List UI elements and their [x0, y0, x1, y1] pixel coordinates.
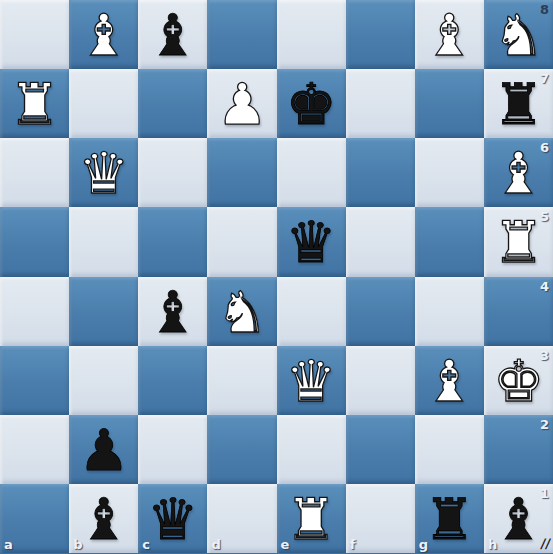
square-d8[interactable]	[207, 0, 276, 69]
piece-white-rook[interactable]: ♜	[9, 76, 60, 133]
board-grid: ♝♝♝♞8♜♟♚♜7♛♝6♛♜5♝♞4♛♝♚3♟2a♝b♛cd♜ef♜g♝1h/…	[0, 0, 553, 553]
square-e5[interactable]: ♛	[277, 207, 346, 276]
piece-black-queen[interactable]: ♛	[286, 214, 337, 271]
square-f2[interactable]	[346, 415, 415, 484]
rank-label-2: 2	[540, 417, 549, 432]
square-h7[interactable]: ♜7	[484, 69, 553, 138]
square-f5[interactable]	[346, 207, 415, 276]
square-b8[interactable]: ♝	[69, 0, 138, 69]
square-g1[interactable]: ♜g	[415, 484, 484, 553]
file-label-d: d	[211, 537, 220, 552]
square-g3[interactable]: ♝	[415, 346, 484, 415]
piece-black-queen[interactable]: ♛	[147, 491, 198, 548]
square-e6[interactable]	[277, 138, 346, 207]
square-c1[interactable]: ♛c	[138, 484, 207, 553]
square-b6[interactable]: ♛	[69, 138, 138, 207]
square-h5[interactable]: ♜5	[484, 207, 553, 276]
square-g4[interactable]	[415, 277, 484, 346]
piece-white-knight[interactable]: ♞	[216, 284, 267, 341]
square-f3[interactable]	[346, 346, 415, 415]
square-d3[interactable]	[207, 346, 276, 415]
square-b7[interactable]	[69, 69, 138, 138]
rank-label-4: 4	[540, 279, 549, 294]
square-d5[interactable]	[207, 207, 276, 276]
square-d7[interactable]: ♟	[207, 69, 276, 138]
square-f1[interactable]: f	[346, 484, 415, 553]
square-e3[interactable]: ♛	[277, 346, 346, 415]
piece-white-queen[interactable]: ♛	[78, 145, 129, 202]
piece-black-bishop[interactable]: ♝	[493, 491, 544, 548]
piece-black-bishop[interactable]: ♝	[78, 491, 129, 548]
square-g7[interactable]	[415, 69, 484, 138]
square-c6[interactable]	[138, 138, 207, 207]
square-b1[interactable]: ♝b	[69, 484, 138, 553]
piece-white-pawn[interactable]: ♟	[216, 76, 267, 133]
square-b5[interactable]	[69, 207, 138, 276]
square-b2[interactable]: ♟	[69, 415, 138, 484]
square-h1[interactable]: ♝1h//	[484, 484, 553, 553]
square-e2[interactable]	[277, 415, 346, 484]
square-a8[interactable]	[0, 0, 69, 69]
square-c8[interactable]: ♝	[138, 0, 207, 69]
file-label-a: a	[4, 537, 13, 552]
square-c7[interactable]	[138, 69, 207, 138]
square-d6[interactable]	[207, 138, 276, 207]
square-g6[interactable]	[415, 138, 484, 207]
square-c2[interactable]	[138, 415, 207, 484]
square-h4[interactable]: 4	[484, 277, 553, 346]
square-a1[interactable]: a	[0, 484, 69, 553]
square-g8[interactable]: ♝	[415, 0, 484, 69]
square-e8[interactable]	[277, 0, 346, 69]
piece-white-queen[interactable]: ♛	[286, 353, 337, 410]
square-b4[interactable]	[69, 277, 138, 346]
square-d1[interactable]: d	[207, 484, 276, 553]
square-c3[interactable]	[138, 346, 207, 415]
square-a5[interactable]	[0, 207, 69, 276]
piece-black-pawn[interactable]: ♟	[78, 422, 129, 479]
piece-black-king[interactable]: ♚	[286, 76, 337, 133]
square-h6[interactable]: ♝6	[484, 138, 553, 207]
square-f8[interactable]	[346, 0, 415, 69]
piece-black-rook[interactable]: ♜	[493, 76, 544, 133]
square-f4[interactable]	[346, 277, 415, 346]
square-a3[interactable]	[0, 346, 69, 415]
square-e7[interactable]: ♚	[277, 69, 346, 138]
square-h3[interactable]: ♚3	[484, 346, 553, 415]
square-f7[interactable]	[346, 69, 415, 138]
square-c4[interactable]: ♝	[138, 277, 207, 346]
piece-white-bishop[interactable]: ♝	[78, 7, 129, 64]
square-a4[interactable]	[0, 277, 69, 346]
square-d2[interactable]	[207, 415, 276, 484]
piece-white-knight[interactable]: ♞	[493, 7, 544, 64]
square-d4[interactable]: ♞	[207, 277, 276, 346]
square-h8[interactable]: ♞8	[484, 0, 553, 69]
square-f6[interactable]	[346, 138, 415, 207]
square-c5[interactable]	[138, 207, 207, 276]
piece-white-bishop[interactable]: ♝	[424, 353, 475, 410]
square-b3[interactable]	[69, 346, 138, 415]
square-e4[interactable]	[277, 277, 346, 346]
chess-board: ♝♝♝♞8♜♟♚♜7♛♝6♛♜5♝♞4♛♝♚3♟2a♝b♛cd♜ef♜g♝1h/…	[0, 0, 553, 554]
piece-white-king[interactable]: ♚	[493, 353, 544, 410]
piece-black-bishop[interactable]: ♝	[147, 284, 198, 341]
piece-black-bishop[interactable]: ♝	[147, 7, 198, 64]
piece-white-rook[interactable]: ♜	[286, 491, 337, 548]
piece-black-rook[interactable]: ♜	[424, 491, 475, 548]
square-a7[interactable]: ♜	[0, 69, 69, 138]
square-h2[interactable]: 2	[484, 415, 553, 484]
square-a2[interactable]	[0, 415, 69, 484]
piece-white-rook[interactable]: ♜	[493, 214, 544, 271]
square-e1[interactable]: ♜e	[277, 484, 346, 553]
square-g2[interactable]	[415, 415, 484, 484]
square-a6[interactable]	[0, 138, 69, 207]
piece-white-bishop[interactable]: ♝	[424, 7, 475, 64]
square-g5[interactable]	[415, 207, 484, 276]
file-label-f: f	[350, 537, 356, 552]
piece-white-bishop[interactable]: ♝	[493, 145, 544, 202]
